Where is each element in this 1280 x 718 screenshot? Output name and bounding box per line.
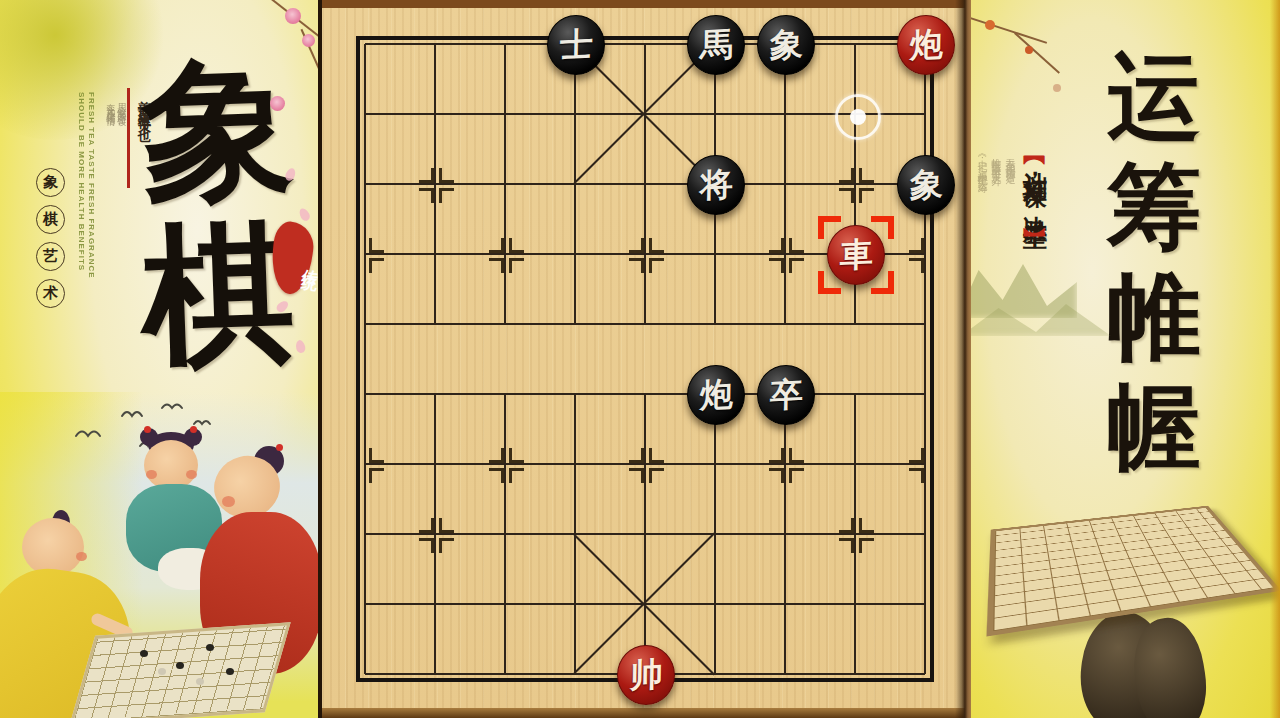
bracket-close: 】 — [1021, 212, 1050, 216]
go-board — [69, 622, 290, 718]
piece-black-elephant-left[interactable]: 象 — [757, 15, 815, 75]
piece-red-chariot[interactable]: 車 — [827, 225, 885, 285]
piece-black-cannon[interactable]: 炮 — [687, 365, 745, 425]
piece-label: 将 — [699, 162, 733, 209]
piece-label: 馬 — [699, 22, 733, 69]
decorative-xiangqi-board — [985, 462, 1265, 718]
piece-label: 帅 — [629, 652, 663, 699]
piece-black-advisor[interactable]: 士 — [547, 15, 605, 75]
xiangqi-board[interactable]: 士馬象炮将象車炮卒帅 — [318, 0, 971, 718]
blossom — [302, 34, 315, 47]
blossom — [985, 20, 995, 30]
petal — [295, 339, 307, 354]
red-rule-line — [127, 88, 130, 188]
poster-title-strategy: 运 筹 帷 幄 — [1099, 42, 1209, 482]
blossom — [1025, 46, 1033, 54]
branch — [967, 14, 1047, 44]
poster-title-xiangqi: 象 棋 — [142, 48, 292, 376]
piece-label: 炮 — [699, 372, 733, 419]
circle-char: 艺 — [36, 242, 65, 271]
circled-caption: 象 棋 艺 术 — [36, 168, 65, 316]
piece-label: 象 — [909, 162, 943, 209]
piece-black-elephant-right[interactable]: 象 — [897, 155, 955, 215]
frame-bottom-strip — [322, 708, 971, 718]
petal — [297, 207, 311, 223]
selection-brackets — [818, 216, 894, 294]
piece-label: 士 — [559, 22, 593, 69]
piece-red-general[interactable]: 帅 — [617, 645, 675, 705]
piece-black-horse[interactable]: 馬 — [687, 15, 745, 75]
piece-label: 象 — [769, 22, 803, 69]
slogan-text: 计划筹谋，决胜千里 — [1021, 152, 1050, 212]
piece-label: 卒 — [769, 372, 803, 419]
blossom — [270, 96, 285, 111]
frame-top-strip — [322, 0, 971, 8]
blossom — [1053, 84, 1061, 92]
piece-black-general[interactable]: 将 — [687, 155, 745, 215]
piece-label: 炮 — [909, 22, 943, 69]
frame-right-edge — [955, 0, 971, 718]
circle-char: 象 — [36, 168, 65, 197]
right-poster-panel: 运 筹 帷 幄 【计划筹谋，决胜千里】 《史记·高祖本纪》夫运筹 帷幄之中决胜千… — [967, 0, 1280, 718]
left-poster-panel: 象 棋 艺 术 FRESH TEA TASTE FRESH FRAGRANCE … — [0, 0, 318, 718]
english-caption: FRESH TEA TASTE FRESH FRAGRANCE SHOULD B… — [76, 92, 97, 322]
circle-char: 棋 — [36, 205, 65, 234]
piece-black-soldier[interactable]: 卒 — [757, 365, 815, 425]
xiangqi-app: 象 棋 艺 术 FRESH TEA TASTE FRESH FRAGRANCE … — [0, 0, 1280, 718]
children-illustration — [0, 392, 318, 718]
piece-red-cannon[interactable]: 炮 — [897, 15, 955, 75]
move-hint-ring — [835, 94, 881, 140]
circle-char: 术 — [36, 279, 65, 308]
blossom — [285, 8, 301, 24]
